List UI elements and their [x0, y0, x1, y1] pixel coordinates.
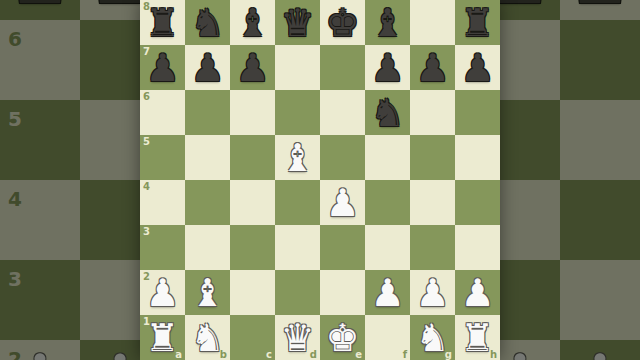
square-d6[interactable] [275, 90, 320, 135]
piece-black-pawn-f7[interactable]: ♟ [365, 45, 410, 90]
piece-black-rook-h8[interactable]: ♜ [455, 0, 500, 45]
square-c7[interactable]: ♟ [230, 45, 275, 90]
square-b6[interactable] [185, 90, 230, 135]
piece-white-knight-g1[interactable]: ♞ [410, 315, 455, 360]
piece-white-king-e1[interactable]: ♚ [320, 315, 365, 360]
square-e3[interactable] [320, 225, 365, 270]
square-b2[interactable]: ♝ [185, 270, 230, 315]
square-f6[interactable]: ♞ [365, 90, 410, 135]
piece-black-pawn-g7[interactable]: ♟ [410, 45, 455, 90]
square-f3[interactable] [365, 225, 410, 270]
square-h1[interactable]: h♜ [455, 315, 500, 360]
square-b5[interactable] [185, 135, 230, 180]
piece-white-pawn-f2[interactable]: ♟ [365, 270, 410, 315]
square-g4[interactable] [410, 180, 455, 225]
square-c2[interactable] [230, 270, 275, 315]
rank-label-5: 5 [143, 136, 150, 147]
square-f7[interactable]: ♟ [365, 45, 410, 90]
piece-black-king-e8[interactable]: ♚ [320, 0, 365, 45]
piece-white-pawn-g2[interactable]: ♟ [410, 270, 455, 315]
square-f8[interactable]: ♝ [365, 0, 410, 45]
rank-label-3: 3 [143, 226, 150, 237]
square-d4[interactable] [275, 180, 320, 225]
square-a5[interactable]: 5 [140, 135, 185, 180]
piece-white-rook-a1[interactable]: ♜ [140, 315, 185, 360]
square-g3[interactable] [410, 225, 455, 270]
piece-white-pawn-a2[interactable]: ♟ [140, 270, 185, 315]
square-e8[interactable]: ♚ [320, 0, 365, 45]
piece-white-bishop-d5[interactable]: ♝ [275, 135, 320, 180]
chess-board[interactable]: 8♜♞♝♛♚♝♜7♟♟♟♟♟♟6♞5♝4♟32♟♝♟♟♟1a♜b♞cd♛e♚fg… [140, 0, 500, 360]
square-g5[interactable] [410, 135, 455, 180]
square-b4[interactable] [185, 180, 230, 225]
square-d3[interactable] [275, 225, 320, 270]
square-e4[interactable]: ♟ [320, 180, 365, 225]
square-a7[interactable]: 7♟ [140, 45, 185, 90]
rank-label-4: 4 [143, 181, 150, 192]
square-h2[interactable]: ♟ [455, 270, 500, 315]
square-g6[interactable] [410, 90, 455, 135]
piece-white-queen-d1[interactable]: ♛ [275, 315, 320, 360]
square-g8[interactable] [410, 0, 455, 45]
square-h8[interactable]: ♜ [455, 0, 500, 45]
rank-label-6: 6 [143, 91, 150, 102]
square-f2[interactable]: ♟ [365, 270, 410, 315]
square-d2[interactable] [275, 270, 320, 315]
square-h3[interactable] [455, 225, 500, 270]
square-e6[interactable] [320, 90, 365, 135]
chess-app-stage: 8♜♞♝♛♚♝♜7♟♟♟♟♟♟6♞5♝4♟32♟♝♟♟♟1a♜b♞cd♛e♚fg… [0, 0, 640, 360]
piece-black-bishop-c8[interactable]: ♝ [230, 0, 275, 45]
square-g2[interactable]: ♟ [410, 270, 455, 315]
piece-white-pawn-e4[interactable]: ♟ [320, 180, 365, 225]
square-b7[interactable]: ♟ [185, 45, 230, 90]
square-g7[interactable]: ♟ [410, 45, 455, 90]
square-f4[interactable] [365, 180, 410, 225]
square-c3[interactable] [230, 225, 275, 270]
piece-black-queen-d8[interactable]: ♛ [275, 0, 320, 45]
piece-black-knight-f6[interactable]: ♞ [365, 90, 410, 135]
square-f5[interactable] [365, 135, 410, 180]
piece-black-rook-a8[interactable]: ♜ [140, 0, 185, 45]
square-a6[interactable]: 6 [140, 90, 185, 135]
square-c4[interactable] [230, 180, 275, 225]
square-a1[interactable]: 1a♜ [140, 315, 185, 360]
piece-black-pawn-a7[interactable]: ♟ [140, 45, 185, 90]
square-e1[interactable]: e♚ [320, 315, 365, 360]
square-a4[interactable]: 4 [140, 180, 185, 225]
file-label-f: f [403, 349, 407, 360]
square-c1[interactable]: c [230, 315, 275, 360]
square-d7[interactable] [275, 45, 320, 90]
square-g1[interactable]: g♞ [410, 315, 455, 360]
square-e5[interactable] [320, 135, 365, 180]
square-b3[interactable] [185, 225, 230, 270]
square-d8[interactable]: ♛ [275, 0, 320, 45]
square-c5[interactable] [230, 135, 275, 180]
square-h6[interactable] [455, 90, 500, 135]
square-a3[interactable]: 3 [140, 225, 185, 270]
square-f1[interactable]: f [365, 315, 410, 360]
piece-white-bishop-b2[interactable]: ♝ [185, 270, 230, 315]
piece-black-pawn-h7[interactable]: ♟ [455, 45, 500, 90]
piece-white-rook-h1[interactable]: ♜ [455, 315, 500, 360]
square-h4[interactable] [455, 180, 500, 225]
piece-black-knight-b8[interactable]: ♞ [185, 0, 230, 45]
square-b8[interactable]: ♞ [185, 0, 230, 45]
square-e2[interactable] [320, 270, 365, 315]
file-label-c: c [266, 349, 272, 360]
square-d1[interactable]: d♛ [275, 315, 320, 360]
square-b1[interactable]: b♞ [185, 315, 230, 360]
square-h5[interactable] [455, 135, 500, 180]
square-a2[interactable]: 2♟ [140, 270, 185, 315]
square-h7[interactable]: ♟ [455, 45, 500, 90]
square-a8[interactable]: 8♜ [140, 0, 185, 45]
piece-white-knight-b1[interactable]: ♞ [185, 315, 230, 360]
piece-black-bishop-f8[interactable]: ♝ [365, 0, 410, 45]
square-e7[interactable] [320, 45, 365, 90]
piece-white-pawn-h2[interactable]: ♟ [455, 270, 500, 315]
square-c6[interactable] [230, 90, 275, 135]
square-d5[interactable]: ♝ [275, 135, 320, 180]
piece-black-pawn-c7[interactable]: ♟ [230, 45, 275, 90]
piece-black-pawn-b7[interactable]: ♟ [185, 45, 230, 90]
square-c8[interactable]: ♝ [230, 0, 275, 45]
